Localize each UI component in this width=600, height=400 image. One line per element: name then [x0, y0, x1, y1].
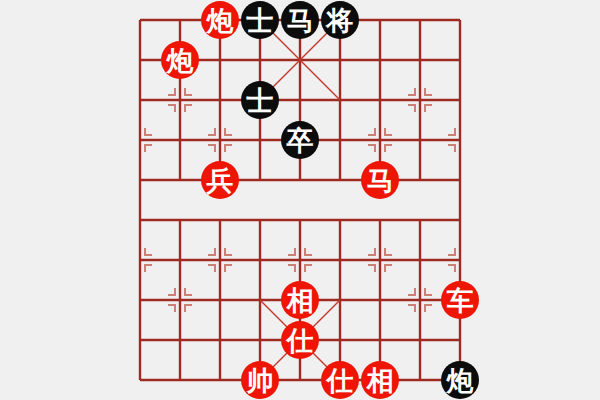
piece-red-cannon[interactable]: 炮 — [161, 41, 199, 79]
xiangqi-board[interactable]: 炮士马将炮士卒兵马相车仕帅仕相炮 — [120, 0, 480, 400]
piece-black-general[interactable]: 将 — [321, 1, 359, 39]
piece-black-advisor[interactable]: 士 — [241, 1, 279, 39]
piece-red-horse[interactable]: 马 — [361, 161, 399, 199]
piece-red-advisor[interactable]: 仕 — [281, 321, 319, 359]
piece-red-cannon[interactable]: 炮 — [201, 1, 239, 39]
piece-red-soldier[interactable]: 兵 — [201, 161, 239, 199]
piece-black-cannon[interactable]: 炮 — [441, 361, 479, 399]
piece-red-elephant[interactable]: 相 — [361, 361, 399, 399]
piece-black-advisor[interactable]: 士 — [241, 81, 279, 119]
piece-red-elephant[interactable]: 相 — [281, 281, 319, 319]
xiangqi-screen: 炮士马将炮士卒兵马相车仕帅仕相炮 — [0, 0, 600, 400]
piece-red-chariot[interactable]: 车 — [441, 281, 479, 319]
piece-black-horse[interactable]: 马 — [281, 1, 319, 39]
piece-black-soldier[interactable]: 卒 — [281, 121, 319, 159]
piece-red-general[interactable]: 帅 — [241, 361, 279, 399]
piece-red-advisor[interactable]: 仕 — [321, 361, 359, 399]
